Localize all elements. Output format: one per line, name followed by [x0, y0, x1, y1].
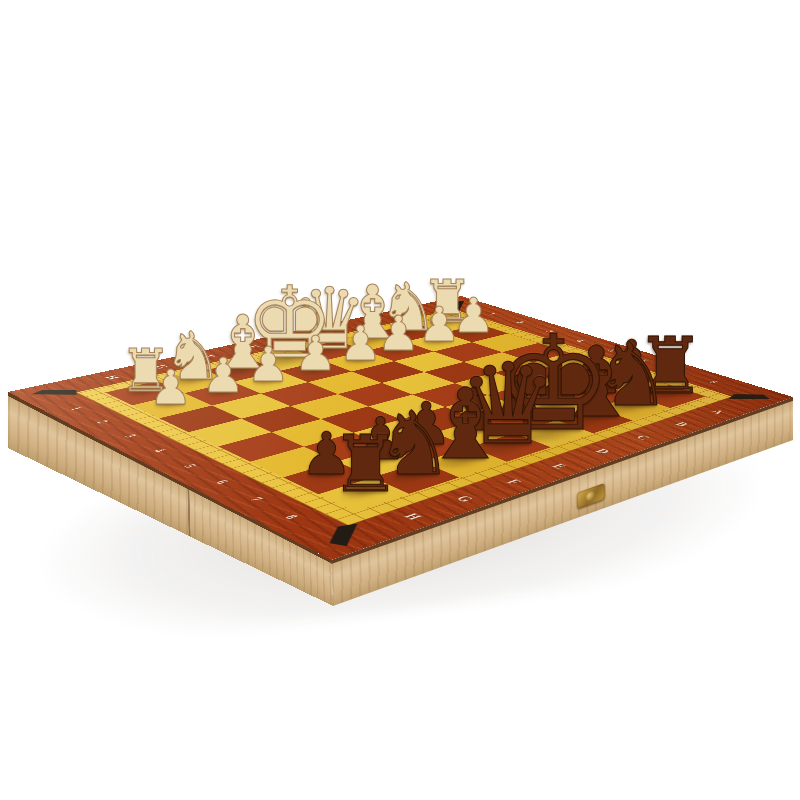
rank-label-left: 3: [120, 433, 140, 439]
corner-accent-2: [327, 523, 357, 546]
fold-seam: [187, 489, 190, 537]
rank-label-left: 5: [179, 463, 200, 470]
rank-label-right: 8: [707, 380, 721, 385]
rank-label-left: 7: [245, 495, 267, 502]
white-pawn-h2[interactable]: ♟: [149, 363, 192, 411]
corner-accent-0: [31, 390, 83, 395]
white-pawn-f2[interactable]: ♟: [247, 340, 290, 388]
white-pawn-e2[interactable]: ♟: [294, 329, 337, 377]
file-label-near: B: [672, 421, 691, 428]
file-label-near: A: [708, 409, 727, 415]
rank-label-left: 4: [149, 447, 170, 453]
rank-label-left: 8: [280, 513, 302, 521]
file-label-near: G: [452, 494, 477, 503]
rank-label-left: 1: [66, 406, 86, 411]
brass-clasp[interactable]: [577, 483, 605, 509]
white-pawn-g2[interactable]: ♟: [202, 351, 245, 399]
rank-label-left: 6: [211, 479, 232, 486]
corner-accent-3: [728, 394, 770, 399]
file-label-near: H: [400, 512, 426, 522]
white-pawn-b2[interactable]: ♟: [418, 300, 461, 348]
rank-label-left: 2: [93, 419, 113, 425]
black-rook-h8[interactable]: ♜: [330, 425, 400, 503]
white-pawn-d2[interactable]: ♟: [339, 319, 382, 367]
white-pawn-c2[interactable]: ♟: [377, 309, 420, 357]
product-photo-stage: HH11GG22FF33EE44DD55CC66BB77AA88 ♜♞♝♚♛♝♞…: [0, 0, 800, 800]
